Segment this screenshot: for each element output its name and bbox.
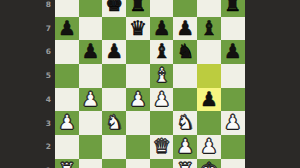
square-e3[interactable] [150,111,174,135]
square-d7[interactable]: ♛ [126,17,150,41]
square-e6[interactable]: ♝ [150,40,174,64]
square-a8[interactable] [55,0,79,17]
square-d1[interactable] [126,159,150,168]
square-b6[interactable]: ♟ [79,40,103,64]
piece-black-pawn[interactable]: ♟ [197,88,221,112]
square-h2[interactable] [221,135,245,159]
square-g4[interactable]: ♟ [197,88,221,112]
piece-black-pawn[interactable]: ♟ [102,40,126,64]
square-h3[interactable]: ♟ [221,111,245,135]
square-c7[interactable] [102,17,126,41]
square-g2[interactable]: ♟ [197,135,221,159]
square-c2[interactable] [102,135,126,159]
square-h4[interactable] [221,88,245,112]
square-f5[interactable] [173,64,197,88]
piece-white-pawn[interactable]: ♟ [126,88,150,112]
square-c5[interactable] [102,64,126,88]
square-e5[interactable]: ♝ [150,64,174,88]
square-g5[interactable] [197,64,221,88]
square-f4[interactable] [173,88,197,112]
square-g1[interactable]: ♚ [197,159,221,168]
square-a5[interactable] [55,64,79,88]
chess-app-screen: 87654321 ♚♜♜♟♛♟♟♝♟♟♝♞♟♝♟♟♟♟♟♞♞♟♛♟♟♜♜♚ [0,0,300,168]
square-h6[interactable]: ♟ [221,40,245,64]
rank-label-5: 5 [33,64,51,88]
piece-white-knight[interactable]: ♞ [102,111,126,135]
square-e1[interactable] [150,159,174,168]
piece-white-rook[interactable]: ♜ [173,159,197,168]
piece-white-knight[interactable]: ♞ [173,111,197,135]
square-d8[interactable]: ♜ [126,0,150,17]
square-g7[interactable]: ♝ [197,17,221,41]
square-a2[interactable] [55,135,79,159]
piece-white-king[interactable]: ♚ [197,159,221,168]
piece-white-pawn[interactable]: ♟ [197,135,221,159]
rank-label-2: 2 [33,135,51,159]
square-h7[interactable] [221,17,245,41]
piece-black-bishop[interactable]: ♝ [197,17,221,41]
piece-white-pawn[interactable]: ♟ [221,111,245,135]
rank-label-7: 7 [33,17,51,41]
piece-white-pawn[interactable]: ♟ [150,88,174,112]
piece-black-pawn[interactable]: ♟ [221,40,245,64]
square-b8[interactable] [79,0,103,17]
rank-label-6: 6 [33,40,51,64]
piece-white-rook[interactable]: ♜ [55,159,79,168]
square-b5[interactable] [79,64,103,88]
square-e2[interactable]: ♛ [150,135,174,159]
piece-black-rook[interactable]: ♜ [126,0,150,17]
square-b1[interactable] [79,159,103,168]
square-e8[interactable] [150,0,174,17]
square-g6[interactable] [197,40,221,64]
rank-label-4: 4 [33,88,51,112]
piece-white-pawn[interactable]: ♟ [55,111,79,135]
square-f8[interactable] [173,0,197,17]
piece-black-queen[interactable]: ♛ [126,17,150,41]
square-c6[interactable]: ♟ [102,40,126,64]
square-c1[interactable] [102,159,126,168]
square-b4[interactable]: ♟ [79,88,103,112]
square-b7[interactable] [79,17,103,41]
square-b2[interactable] [79,135,103,159]
square-a6[interactable] [55,40,79,64]
square-h5[interactable] [221,64,245,88]
square-a7[interactable]: ♟ [55,17,79,41]
piece-black-pawn[interactable]: ♟ [55,17,79,41]
square-f3[interactable]: ♞ [173,111,197,135]
piece-black-pawn[interactable]: ♟ [173,17,197,41]
square-a1[interactable]: ♜ [55,159,79,168]
square-a3[interactable]: ♟ [55,111,79,135]
piece-black-knight[interactable]: ♞ [173,40,197,64]
rank-label-3: 3 [33,112,51,136]
square-e4[interactable]: ♟ [150,88,174,112]
square-d5[interactable] [126,64,150,88]
piece-black-bishop[interactable]: ♝ [150,40,174,64]
square-h1[interactable] [221,159,245,168]
square-h8[interactable]: ♜ [221,0,245,17]
square-c8[interactable]: ♚ [102,0,126,17]
square-d2[interactable] [126,135,150,159]
piece-black-rook[interactable]: ♜ [221,0,245,17]
piece-white-pawn[interactable]: ♟ [173,135,197,159]
piece-white-pawn[interactable]: ♟ [79,88,103,112]
chess-board[interactable]: ♚♜♜♟♛♟♟♝♟♟♝♞♟♝♟♟♟♟♟♞♞♟♛♟♟♜♜♚ [55,0,245,168]
rank-label-1: 1 [33,159,51,168]
square-f1[interactable]: ♜ [173,159,197,168]
square-c3[interactable]: ♞ [102,111,126,135]
rank-label-8: 8 [33,0,51,17]
piece-white-queen[interactable]: ♛ [150,135,174,159]
square-c4[interactable] [102,88,126,112]
square-g3[interactable] [197,111,221,135]
square-a4[interactable] [55,88,79,112]
square-b3[interactable] [79,111,103,135]
piece-black-pawn[interactable]: ♟ [79,40,103,64]
square-f7[interactable]: ♟ [173,17,197,41]
square-d4[interactable]: ♟ [126,88,150,112]
square-e7[interactable]: ♟ [150,17,174,41]
square-g8[interactable] [197,0,221,17]
square-d6[interactable] [126,40,150,64]
piece-black-pawn[interactable]: ♟ [150,17,174,41]
square-d3[interactable] [126,111,150,135]
piece-black-king[interactable]: ♚ [102,0,126,17]
piece-white-bishop[interactable]: ♝ [150,64,174,88]
square-f2[interactable]: ♟ [173,135,197,159]
square-f6[interactable]: ♞ [173,40,197,64]
